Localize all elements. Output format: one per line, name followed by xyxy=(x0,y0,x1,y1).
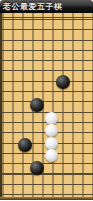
title-bar: 老公最爱五子棋 xyxy=(0,0,93,13)
app-screen: 老公最爱五子棋 xyxy=(0,0,93,200)
gomoku-board[interactable] xyxy=(0,13,93,200)
board-bottom-edge xyxy=(0,197,93,201)
board-left-edge xyxy=(0,13,2,200)
app-title: 老公最爱五子棋 xyxy=(3,0,63,13)
